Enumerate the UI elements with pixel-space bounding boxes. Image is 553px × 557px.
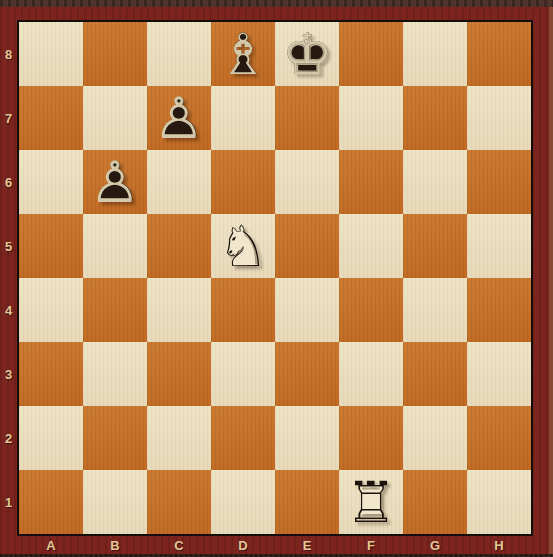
square-c4[interactable] (147, 278, 211, 342)
square-c5[interactable] (147, 214, 211, 278)
rank-label-2: 2 (0, 406, 17, 470)
chess-board: ♝♗♚♔♟♙♟♙♞♘♜♖ (17, 20, 533, 536)
square-d3[interactable] (211, 342, 275, 406)
square-h4[interactable] (467, 278, 531, 342)
square-h5[interactable] (467, 214, 531, 278)
square-a5[interactable] (19, 214, 83, 278)
square-e7[interactable] (275, 86, 339, 150)
file-label-a: A (19, 534, 83, 557)
square-d5[interactable]: ♞♘ (211, 214, 275, 278)
frame-top-bevel (0, 0, 553, 7)
square-a6[interactable] (19, 150, 83, 214)
piece-black-bishop[interactable]: ♝♗ (211, 22, 275, 86)
square-c2[interactable] (147, 406, 211, 470)
rank-label-1: 1 (0, 470, 17, 534)
file-labels: ABCDEFGH (19, 534, 531, 557)
square-g1[interactable] (403, 470, 467, 534)
square-h3[interactable] (467, 342, 531, 406)
square-f2[interactable] (339, 406, 403, 470)
square-f7[interactable] (339, 86, 403, 150)
rank-label-3: 3 (0, 342, 17, 406)
square-e5[interactable] (275, 214, 339, 278)
square-b2[interactable] (83, 406, 147, 470)
square-b5[interactable] (83, 214, 147, 278)
square-h7[interactable] (467, 86, 531, 150)
square-e1[interactable] (275, 470, 339, 534)
square-e4[interactable] (275, 278, 339, 342)
square-g3[interactable] (403, 342, 467, 406)
square-f5[interactable] (339, 214, 403, 278)
rank-label-4: 4 (0, 278, 17, 342)
piece-white-knight[interactable]: ♞♘ (211, 214, 275, 278)
square-g7[interactable] (403, 86, 467, 150)
file-label-b: B (83, 534, 147, 557)
square-d8[interactable]: ♝♗ (211, 22, 275, 86)
square-d4[interactable] (211, 278, 275, 342)
piece-white-rook[interactable]: ♜♖ (339, 470, 403, 534)
square-f1[interactable]: ♜♖ (339, 470, 403, 534)
square-e2[interactable] (275, 406, 339, 470)
rook-glyph-outline: ♖ (339, 470, 403, 534)
square-h1[interactable] (467, 470, 531, 534)
square-g6[interactable] (403, 150, 467, 214)
bishop-glyph-outline: ♗ (211, 22, 275, 86)
file-label-e: E (275, 534, 339, 557)
piece-black-king[interactable]: ♚♔ (275, 22, 339, 86)
square-g4[interactable] (403, 278, 467, 342)
square-a4[interactable] (19, 278, 83, 342)
square-a1[interactable] (19, 470, 83, 534)
square-f6[interactable] (339, 150, 403, 214)
pawn-glyph-outline: ♙ (147, 86, 211, 150)
square-g2[interactable] (403, 406, 467, 470)
square-b3[interactable] (83, 342, 147, 406)
file-label-g: G (403, 534, 467, 557)
square-a2[interactable] (19, 406, 83, 470)
square-d1[interactable] (211, 470, 275, 534)
chess-app-window: ♝♗♚♔♟♙♟♙♞♘♜♖ 87654321 ABCDEFGH (0, 0, 553, 557)
square-d7[interactable] (211, 86, 275, 150)
square-c8[interactable] (147, 22, 211, 86)
rank-label-7: 7 (0, 86, 17, 150)
frame-right-bevel (549, 7, 553, 557)
square-e8[interactable]: ♚♔ (275, 22, 339, 86)
square-c3[interactable] (147, 342, 211, 406)
square-e6[interactable] (275, 150, 339, 214)
piece-black-pawn[interactable]: ♟♙ (147, 86, 211, 150)
pawn-glyph-outline: ♙ (83, 150, 147, 214)
square-d2[interactable] (211, 406, 275, 470)
square-h8[interactable] (467, 22, 531, 86)
rank-label-5: 5 (0, 214, 17, 278)
square-b8[interactable] (83, 22, 147, 86)
piece-black-pawn[interactable]: ♟♙ (83, 150, 147, 214)
square-g5[interactable] (403, 214, 467, 278)
square-c1[interactable] (147, 470, 211, 534)
square-f8[interactable] (339, 22, 403, 86)
file-label-c: C (147, 534, 211, 557)
square-a8[interactable] (19, 22, 83, 86)
square-f3[interactable] (339, 342, 403, 406)
file-label-h: H (467, 534, 531, 557)
square-c6[interactable] (147, 150, 211, 214)
square-e3[interactable] (275, 342, 339, 406)
square-g8[interactable] (403, 22, 467, 86)
king-glyph-outline: ♔ (275, 22, 339, 86)
square-a3[interactable] (19, 342, 83, 406)
square-a7[interactable] (19, 86, 83, 150)
square-b7[interactable] (83, 86, 147, 150)
square-h2[interactable] (467, 406, 531, 470)
square-h6[interactable] (467, 150, 531, 214)
square-b1[interactable] (83, 470, 147, 534)
knight-glyph-outline: ♘ (211, 214, 275, 278)
file-label-d: D (211, 534, 275, 557)
square-d6[interactable] (211, 150, 275, 214)
rank-label-6: 6 (0, 150, 17, 214)
file-label-f: F (339, 534, 403, 557)
rank-labels: 87654321 (0, 22, 17, 534)
rank-label-8: 8 (0, 22, 17, 86)
square-f4[interactable] (339, 278, 403, 342)
square-b6[interactable]: ♟♙ (83, 150, 147, 214)
square-b4[interactable] (83, 278, 147, 342)
square-c7[interactable]: ♟♙ (147, 86, 211, 150)
